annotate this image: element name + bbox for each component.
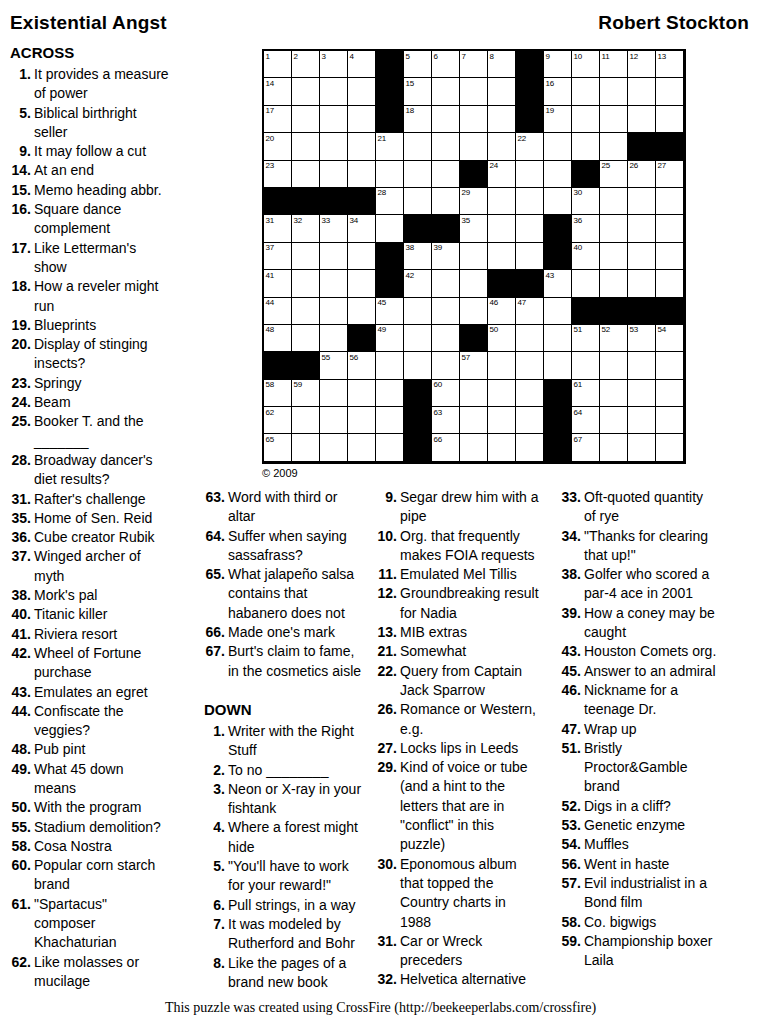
grid-cell[interactable] xyxy=(544,188,572,215)
grid-cell[interactable] xyxy=(516,407,544,434)
grid-cell[interactable]: 55 xyxy=(320,352,348,379)
grid-cell[interactable]: 21 xyxy=(376,133,404,160)
grid-cell[interactable] xyxy=(320,161,348,188)
grid-cell[interactable] xyxy=(404,352,432,379)
clue-number: 4. xyxy=(204,818,228,857)
down-clue-47: 47.Wrap up xyxy=(560,720,725,739)
clue-number: 65. xyxy=(204,565,228,623)
grid-cell[interactable]: 37 xyxy=(264,243,292,270)
across-clue-67: 67.Burt's claim to fame, in the cosmetic… xyxy=(204,642,376,681)
grid-cell[interactable]: 51 xyxy=(572,325,600,352)
grid-cell[interactable] xyxy=(292,270,320,297)
grid-cell[interactable] xyxy=(600,133,628,160)
grid-cell[interactable] xyxy=(376,407,404,434)
cell-number: 8 xyxy=(490,52,494,61)
grid-cell[interactable]: 23 xyxy=(264,161,292,188)
grid-cell[interactable]: 61 xyxy=(572,380,600,407)
grid-cell[interactable]: 47 xyxy=(516,298,544,325)
black-cell xyxy=(292,352,320,379)
clue-text: Display of stinging insects? xyxy=(34,335,169,374)
cell-number: 21 xyxy=(378,134,387,143)
grid-cell[interactable] xyxy=(516,188,544,215)
cell-number: 57 xyxy=(462,353,471,362)
grid-cell[interactable] xyxy=(320,325,348,352)
grid-cell[interactable] xyxy=(460,270,488,297)
grid-cell[interactable] xyxy=(600,380,628,407)
grid-cell[interactable] xyxy=(320,407,348,434)
grid-cell[interactable] xyxy=(488,243,516,270)
grid-cell[interactable] xyxy=(460,243,488,270)
grid-cell[interactable] xyxy=(656,78,684,105)
across-clue-65: 65.What jalapeño salsa contains that hab… xyxy=(204,565,376,623)
grid-cell[interactable]: 28 xyxy=(376,188,404,215)
grid-cell[interactable] xyxy=(656,352,684,379)
grid-cell[interactable] xyxy=(600,106,628,133)
clue-text: Beam xyxy=(34,393,169,412)
grid-cell[interactable]: 22 xyxy=(516,133,544,160)
grid-cell[interactable] xyxy=(488,434,516,461)
grid-cell[interactable] xyxy=(656,106,684,133)
grid-cell[interactable] xyxy=(432,78,460,105)
grid-cell[interactable]: 31 xyxy=(264,215,292,242)
grid-cell[interactable] xyxy=(292,161,320,188)
cell-number: 32 xyxy=(294,216,303,225)
grid-cell[interactable] xyxy=(348,243,376,270)
black-cell xyxy=(488,270,516,297)
grid-cell[interactable]: 6 xyxy=(432,51,460,78)
grid-cell[interactable] xyxy=(376,352,404,379)
cell-number: 26 xyxy=(630,161,639,170)
grid-cell[interactable] xyxy=(600,407,628,434)
grid-cell[interactable]: 14 xyxy=(264,78,292,105)
clue-text: Query from Captain Jack Sparrow xyxy=(400,662,540,701)
copyright: © 2009 xyxy=(262,467,686,479)
grid-cell[interactable] xyxy=(292,298,320,325)
grid-cell[interactable] xyxy=(376,434,404,461)
grid-cell[interactable] xyxy=(600,215,628,242)
clue-number: 48. xyxy=(10,740,34,759)
clue-number: 66. xyxy=(204,623,228,642)
grid-cell[interactable] xyxy=(348,407,376,434)
grid-cell[interactable]: 52 xyxy=(600,325,628,352)
grid-cell[interactable]: 30 xyxy=(572,188,600,215)
down-clue-31: 31.Car or Wreck preceders xyxy=(376,932,548,971)
grid-cell[interactable] xyxy=(348,434,376,461)
clue-text: What jalapeño salsa contains that habane… xyxy=(228,565,368,623)
across-clue-19: 19.Blueprints xyxy=(10,316,182,335)
clue-text: Wheel of Fortune purchase xyxy=(34,644,169,683)
grid-cell[interactable] xyxy=(320,106,348,133)
grid-cell[interactable] xyxy=(572,133,600,160)
grid-cell[interactable]: 9 xyxy=(544,51,572,78)
grid-cell[interactable]: 29 xyxy=(460,188,488,215)
grid-cell[interactable]: 56 xyxy=(348,352,376,379)
clue-number: 31. xyxy=(10,490,34,509)
grid-cell[interactable]: 59 xyxy=(292,380,320,407)
grid-cell[interactable]: 53 xyxy=(628,325,656,352)
grid-cell[interactable] xyxy=(432,270,460,297)
grid-cell[interactable]: 46 xyxy=(488,298,516,325)
grid-cell[interactable] xyxy=(460,434,488,461)
grid-cell[interactable]: 41 xyxy=(264,270,292,297)
grid-cell[interactable]: 57 xyxy=(460,352,488,379)
clue-number: 35. xyxy=(10,509,34,528)
grid-cell[interactable]: 44 xyxy=(264,298,292,325)
grid-cell[interactable]: 36 xyxy=(572,215,600,242)
grid-cell[interactable] xyxy=(460,298,488,325)
clue-number: 54. xyxy=(560,835,584,854)
across-clue-44: 44.Confiscate the veggies? xyxy=(10,702,182,741)
grid-cell[interactable] xyxy=(432,352,460,379)
cell-number: 30 xyxy=(574,188,583,197)
grid-cell[interactable]: 54 xyxy=(656,325,684,352)
grid-cell[interactable] xyxy=(404,161,432,188)
grid-cell[interactable] xyxy=(348,270,376,297)
grid-cell[interactable] xyxy=(488,106,516,133)
down-clue-56: 56.Went in haste xyxy=(560,855,725,874)
grid-cell[interactable]: 12 xyxy=(628,51,656,78)
grid-cell[interactable]: 33 xyxy=(320,215,348,242)
clue-number: 14. xyxy=(10,161,34,180)
grid-cell[interactable]: 24 xyxy=(488,161,516,188)
cell-number: 1 xyxy=(266,52,270,61)
across-clue-37: 37.Winged archer of myth xyxy=(10,547,182,586)
grid-cell[interactable]: 62 xyxy=(264,407,292,434)
grid-cell[interactable]: 13 xyxy=(656,51,684,78)
grid-cell[interactable] xyxy=(600,270,628,297)
grid-cell[interactable]: 42 xyxy=(404,270,432,297)
grid-cell[interactable] xyxy=(544,325,572,352)
grid-cell[interactable] xyxy=(516,161,544,188)
grid-cell[interactable]: 20 xyxy=(264,133,292,160)
grid-cell[interactable] xyxy=(348,106,376,133)
grid-cell[interactable]: 2 xyxy=(292,51,320,78)
clue-number: 41. xyxy=(10,625,34,644)
grid-cell[interactable] xyxy=(516,243,544,270)
clue-number: 30. xyxy=(376,855,400,932)
across-clue-40: 40.Titanic killer xyxy=(10,605,182,624)
black-cell xyxy=(348,188,376,215)
grid-cell[interactable] xyxy=(292,78,320,105)
grid-cell[interactable] xyxy=(488,215,516,242)
grid-cell[interactable] xyxy=(376,161,404,188)
grid-cell[interactable] xyxy=(348,161,376,188)
across-clue-43: 43.Emulates an egret xyxy=(10,683,182,702)
down-clue-38: 38.Golfer who scored a par-4 ace in 2001 xyxy=(560,565,725,604)
grid-cell[interactable] xyxy=(656,215,684,242)
grid-cell[interactable]: 10 xyxy=(572,51,600,78)
down-clue-34: 34."Thanks for clearing that up!" xyxy=(560,527,725,566)
grid-cell[interactable] xyxy=(656,380,684,407)
across-clue-28: 28.Broadway dancer's diet results? xyxy=(10,451,182,490)
cell-number: 13 xyxy=(658,52,667,61)
grid-cell[interactable]: 32 xyxy=(292,215,320,242)
down-clue-57: 57.Evil industrialist in a Bond film xyxy=(560,874,725,913)
clue-number: 59. xyxy=(560,932,584,971)
black-cell xyxy=(572,298,600,325)
grid-cell[interactable] xyxy=(320,380,348,407)
grid-cell[interactable]: 11 xyxy=(600,51,628,78)
clue-number: 38. xyxy=(560,565,584,604)
grid-cell[interactable]: 60 xyxy=(432,380,460,407)
clue-text: Pub pint xyxy=(34,740,169,759)
grid-cell[interactable] xyxy=(656,270,684,297)
cell-number: 22 xyxy=(518,134,527,143)
grid-cell[interactable]: 58 xyxy=(264,380,292,407)
grid-cell[interactable] xyxy=(320,243,348,270)
grid-cell[interactable] xyxy=(600,243,628,270)
clue-number: 11. xyxy=(376,565,400,584)
grid-cell[interactable]: 39 xyxy=(432,243,460,270)
grid-cell[interactable] xyxy=(292,407,320,434)
grid-cell[interactable] xyxy=(544,352,572,379)
grid-cell[interactable] xyxy=(628,78,656,105)
grid-cell[interactable] xyxy=(376,215,404,242)
grid-cell[interactable] xyxy=(572,106,600,133)
grid-cell[interactable] xyxy=(488,407,516,434)
down-clue-32: 32.Helvetica alternative xyxy=(376,970,548,989)
grid-cell[interactable] xyxy=(600,188,628,215)
down-clue-29: 29.Kind of voice or tube (and a hint to … xyxy=(376,758,548,854)
grid-cell[interactable]: 25 xyxy=(600,161,628,188)
cell-number: 49 xyxy=(378,325,387,334)
grid-cell[interactable] xyxy=(656,188,684,215)
grid-cell[interactable] xyxy=(488,133,516,160)
down-clue-1: 1.Writer with the Right Stuff xyxy=(204,722,376,761)
grid-cell[interactable]: 8 xyxy=(488,51,516,78)
grid-cell[interactable] xyxy=(656,407,684,434)
grid-cell[interactable] xyxy=(460,380,488,407)
grid-cell[interactable] xyxy=(572,78,600,105)
cell-number: 25 xyxy=(602,161,611,170)
across-clue-42: 42.Wheel of Fortune purchase xyxy=(10,644,182,683)
black-cell xyxy=(376,243,404,270)
grid-cell[interactable] xyxy=(488,380,516,407)
clue-text: How a reveler might run xyxy=(34,277,169,316)
grid-cell[interactable]: 49 xyxy=(376,325,404,352)
grid-cell[interactable] xyxy=(516,215,544,242)
cell-number: 16 xyxy=(546,79,555,88)
down-clue-52: 52.Digs in a cliff? xyxy=(560,797,725,816)
across-clue-list-1: 1.It provides a measure of power5.Biblic… xyxy=(10,65,182,991)
clue-text: Bristly Proctor&Gamble brand xyxy=(584,739,717,797)
clue-number: 9. xyxy=(10,142,34,161)
grid-cell[interactable] xyxy=(628,106,656,133)
grid-cell[interactable]: 65 xyxy=(264,434,292,461)
grid-cell[interactable]: 66 xyxy=(432,434,460,461)
grid-cell[interactable] xyxy=(320,78,348,105)
clue-number: 38. xyxy=(10,586,34,605)
black-cell xyxy=(544,380,572,407)
grid-cell[interactable]: 35 xyxy=(460,215,488,242)
black-cell xyxy=(516,270,544,297)
clue-text: Cosa Nostra xyxy=(34,837,169,856)
grid-cell[interactable] xyxy=(628,215,656,242)
down-clue-26: 26.Romance or Western, e.g. xyxy=(376,700,548,739)
grid-cell[interactable] xyxy=(348,78,376,105)
across-clue-16: 16.Square dance complement xyxy=(10,200,182,239)
grid-cell[interactable] xyxy=(488,188,516,215)
grid-cell[interactable] xyxy=(460,106,488,133)
grid-cell[interactable] xyxy=(516,352,544,379)
grid-cell[interactable] xyxy=(628,352,656,379)
cell-number: 14 xyxy=(266,79,275,88)
grid-cell[interactable] xyxy=(404,133,432,160)
grid-cell[interactable]: 67 xyxy=(572,434,600,461)
clue-number: 25. xyxy=(10,412,34,451)
grid-cell[interactable]: 27 xyxy=(656,161,684,188)
clue-text: Muffles xyxy=(584,835,717,854)
down-clue-22: 22.Query from Captain Jack Sparrow xyxy=(376,662,548,701)
grid-cell[interactable]: 45 xyxy=(376,298,404,325)
grid-cell[interactable] xyxy=(544,133,572,160)
grid-cell[interactable] xyxy=(320,298,348,325)
grid-cell[interactable]: 15 xyxy=(404,78,432,105)
grid-cell[interactable] xyxy=(656,243,684,270)
grid-cell[interactable]: 19 xyxy=(544,106,572,133)
cell-number: 29 xyxy=(462,188,471,197)
grid-cell[interactable]: 18 xyxy=(404,106,432,133)
grid-cell[interactable] xyxy=(292,106,320,133)
grid-cell[interactable] xyxy=(292,133,320,160)
grid-cell[interactable] xyxy=(432,298,460,325)
across-clue-18: 18.How a reveler might run xyxy=(10,277,182,316)
grid-cell[interactable] xyxy=(544,298,572,325)
grid-cell[interactable]: 16 xyxy=(544,78,572,105)
grid-cell[interactable] xyxy=(628,188,656,215)
clue-number: 2. xyxy=(204,761,228,780)
across-clue-62: 62.Like molasses or mucilage xyxy=(10,953,182,992)
grid-cell[interactable]: 34 xyxy=(348,215,376,242)
clue-text: Like molasses or mucilage xyxy=(34,953,169,992)
black-cell xyxy=(656,133,684,160)
cell-number: 15 xyxy=(406,79,415,88)
grid-cell[interactable] xyxy=(292,325,320,352)
clue-text: With the program xyxy=(34,798,169,817)
grid-cell[interactable]: 64 xyxy=(572,407,600,434)
grid-cell[interactable] xyxy=(460,78,488,105)
grid-cell[interactable]: 1 xyxy=(264,51,292,78)
clue-text: Romance or Western, e.g. xyxy=(400,700,540,739)
clue-text: Helvetica alternative xyxy=(400,970,540,989)
grid-cell[interactable]: 4 xyxy=(348,51,376,78)
grid-cell[interactable] xyxy=(516,434,544,461)
grid-cell[interactable]: 40 xyxy=(572,243,600,270)
clue-text: Eponomous album that topped the Country … xyxy=(400,855,540,932)
cell-number: 45 xyxy=(378,298,387,307)
grid-cell[interactable] xyxy=(376,380,404,407)
grid-cell[interactable] xyxy=(544,161,572,188)
grid-cell[interactable]: 26 xyxy=(628,161,656,188)
clue-number: 10. xyxy=(376,527,400,566)
clue-text: Winged archer of myth xyxy=(34,547,169,586)
clue-number: 16. xyxy=(10,200,34,239)
grid-cell[interactable] xyxy=(600,434,628,461)
cell-number: 5 xyxy=(406,52,410,61)
grid-cell[interactable] xyxy=(656,434,684,461)
down-clue-10: 10.Org. that frequently makes FOIA reque… xyxy=(376,527,548,566)
grid-cell[interactable]: 3 xyxy=(320,51,348,78)
grid-cell[interactable] xyxy=(320,434,348,461)
clue-text: Riviera resort xyxy=(34,625,169,644)
across-clue-14: 14.At an end xyxy=(10,161,182,180)
grid-cell[interactable]: 5 xyxy=(404,51,432,78)
grid-cell[interactable] xyxy=(628,243,656,270)
puzzle-title: Existential Angst xyxy=(10,12,167,34)
grid-cell[interactable] xyxy=(432,325,460,352)
grid-cell[interactable] xyxy=(572,352,600,379)
clue-number: 23. xyxy=(10,374,34,393)
grid-cell[interactable] xyxy=(292,243,320,270)
grid-cell[interactable] xyxy=(488,352,516,379)
grid-cell[interactable] xyxy=(628,407,656,434)
black-cell xyxy=(264,188,292,215)
grid-cell[interactable]: 50 xyxy=(488,325,516,352)
grid-cell[interactable] xyxy=(628,380,656,407)
clue-number: 56. xyxy=(560,855,584,874)
grid-cell[interactable] xyxy=(460,133,488,160)
black-cell xyxy=(376,51,404,78)
grid-cell[interactable] xyxy=(432,106,460,133)
clue-number: 58. xyxy=(10,837,34,856)
grid-cell[interactable]: 17 xyxy=(264,106,292,133)
grid-cell[interactable] xyxy=(404,325,432,352)
grid-cell[interactable] xyxy=(516,380,544,407)
clue-text: Somewhat xyxy=(400,642,540,661)
grid-cell[interactable]: 38 xyxy=(404,243,432,270)
grid-cell[interactable] xyxy=(432,133,460,160)
grid-cell[interactable] xyxy=(600,352,628,379)
grid-cell[interactable]: 63 xyxy=(432,407,460,434)
grid-cell[interactable] xyxy=(348,298,376,325)
cell-number: 67 xyxy=(574,435,583,444)
grid-cell[interactable] xyxy=(460,407,488,434)
grid-cell[interactable] xyxy=(628,434,656,461)
grid-cell[interactable] xyxy=(320,270,348,297)
cell-number: 65 xyxy=(266,435,275,444)
grid-cell[interactable] xyxy=(432,161,460,188)
clue-text: MIB extras xyxy=(400,623,540,642)
grid-cell[interactable] xyxy=(348,133,376,160)
grid-cell[interactable]: 43 xyxy=(544,270,572,297)
cell-number: 43 xyxy=(546,271,555,280)
down-header: DOWN xyxy=(204,701,376,719)
grid-cell[interactable] xyxy=(432,188,460,215)
grid-cell[interactable]: 48 xyxy=(264,325,292,352)
grid-cell[interactable] xyxy=(320,133,348,160)
grid-cell[interactable] xyxy=(348,380,376,407)
clue-number: 15. xyxy=(10,181,34,200)
clue-text: Wrap up xyxy=(584,720,717,739)
grid-cell[interactable] xyxy=(404,298,432,325)
black-cell xyxy=(600,298,628,325)
across-clue-1: 1.It provides a measure of power xyxy=(10,65,182,104)
grid-cell[interactable] xyxy=(628,270,656,297)
grid-cell[interactable] xyxy=(404,188,432,215)
cell-number: 52 xyxy=(602,325,611,334)
puzzle-author: Robert Stockton xyxy=(598,12,749,34)
grid-cell[interactable] xyxy=(516,325,544,352)
grid-cell[interactable]: 7 xyxy=(460,51,488,78)
cell-number: 59 xyxy=(294,380,303,389)
cell-number: 20 xyxy=(266,134,275,143)
grid-cell[interactable] xyxy=(600,78,628,105)
cell-number: 41 xyxy=(266,271,275,280)
clue-text: Square dance complement xyxy=(34,200,169,239)
grid-cell[interactable] xyxy=(572,270,600,297)
grid-cell[interactable] xyxy=(488,78,516,105)
grid-cell[interactable] xyxy=(292,434,320,461)
